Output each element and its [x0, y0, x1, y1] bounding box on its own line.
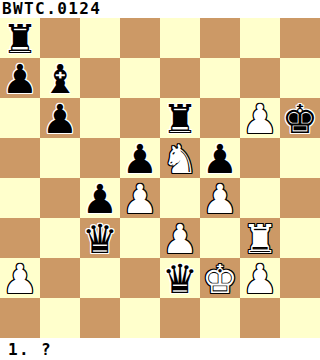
square-d1[interactable] [120, 298, 160, 338]
piece-black-pawn: ♟ [82, 179, 118, 218]
square-d5[interactable]: ♟ [120, 138, 160, 178]
square-f1[interactable] [200, 298, 240, 338]
square-e7[interactable] [160, 58, 200, 98]
square-h6[interactable]: ♚ [280, 98, 320, 138]
square-g1[interactable] [240, 298, 280, 338]
square-a6[interactable] [0, 98, 40, 138]
square-c3[interactable]: ♛ [80, 218, 120, 258]
square-b8[interactable] [40, 18, 80, 58]
square-c2[interactable] [80, 258, 120, 298]
square-f4[interactable]: ♟ [200, 178, 240, 218]
square-e1[interactable] [160, 298, 200, 338]
piece-white-knight: ♞ [162, 139, 198, 178]
square-h1[interactable] [280, 298, 320, 338]
piece-white-pawn: ♟ [242, 259, 278, 298]
square-h8[interactable] [280, 18, 320, 58]
square-g2[interactable]: ♟ [240, 258, 280, 298]
square-g6[interactable]: ♟ [240, 98, 280, 138]
square-h2[interactable] [280, 258, 320, 298]
square-d2[interactable] [120, 258, 160, 298]
square-g4[interactable] [240, 178, 280, 218]
square-g3[interactable]: ♜ [240, 218, 280, 258]
square-f7[interactable] [200, 58, 240, 98]
square-c1[interactable] [80, 298, 120, 338]
square-a2[interactable]: ♟ [0, 258, 40, 298]
piece-white-king: ♚ [202, 259, 238, 298]
square-a3[interactable] [0, 218, 40, 258]
square-a7[interactable]: ♟ [0, 58, 40, 98]
square-h4[interactable] [280, 178, 320, 218]
square-g8[interactable] [240, 18, 280, 58]
square-e5[interactable]: ♞ [160, 138, 200, 178]
piece-black-pawn: ♟ [122, 139, 158, 178]
piece-black-queen: ♛ [82, 219, 118, 258]
square-f8[interactable] [200, 18, 240, 58]
square-f6[interactable] [200, 98, 240, 138]
piece-black-rook: ♜ [162, 99, 198, 138]
square-a8[interactable]: ♜ [0, 18, 40, 58]
piece-black-pawn: ♟ [2, 59, 38, 98]
square-a5[interactable] [0, 138, 40, 178]
square-f3[interactable] [200, 218, 240, 258]
piece-white-rook: ♜ [242, 219, 278, 258]
square-e3[interactable]: ♟ [160, 218, 200, 258]
square-d8[interactable] [120, 18, 160, 58]
square-e2[interactable]: ♛ [160, 258, 200, 298]
square-c8[interactable] [80, 18, 120, 58]
piece-black-king: ♚ [282, 99, 318, 138]
piece-black-pawn: ♟ [42, 99, 78, 138]
square-c5[interactable] [80, 138, 120, 178]
square-d3[interactable] [120, 218, 160, 258]
square-c6[interactable] [80, 98, 120, 138]
square-b7[interactable]: ♝ [40, 58, 80, 98]
square-h3[interactable] [280, 218, 320, 258]
square-a1[interactable] [0, 298, 40, 338]
piece-white-pawn: ♟ [2, 259, 38, 298]
piece-white-pawn: ♟ [122, 179, 158, 218]
square-e4[interactable] [160, 178, 200, 218]
square-h5[interactable] [280, 138, 320, 178]
square-b4[interactable] [40, 178, 80, 218]
square-b3[interactable] [40, 218, 80, 258]
square-d7[interactable] [120, 58, 160, 98]
piece-white-pawn: ♟ [162, 219, 198, 258]
square-c7[interactable] [80, 58, 120, 98]
square-f2[interactable]: ♚ [200, 258, 240, 298]
square-d4[interactable]: ♟ [120, 178, 160, 218]
square-e6[interactable]: ♜ [160, 98, 200, 138]
square-b6[interactable]: ♟ [40, 98, 80, 138]
square-h7[interactable] [280, 58, 320, 98]
square-b1[interactable] [40, 298, 80, 338]
square-f5[interactable]: ♟ [200, 138, 240, 178]
piece-black-rook: ♜ [2, 19, 38, 58]
piece-black-queen: ♛ [162, 259, 198, 298]
move-prompt: 1. ? [0, 338, 320, 360]
piece-white-pawn: ♟ [202, 179, 238, 218]
square-a4[interactable] [0, 178, 40, 218]
square-b5[interactable] [40, 138, 80, 178]
piece-black-bishop: ♝ [42, 59, 78, 98]
square-b2[interactable] [40, 258, 80, 298]
chess-board: ♜♟♝♟♜♟♚♟♞♟♟♟♟♛♟♜♟♛♚♟ [0, 18, 320, 338]
puzzle-id: BWTC.0124 [0, 0, 320, 18]
chess-puzzle-page: BWTC.0124 ♜♟♝♟♜♟♚♟♞♟♟♟♟♛♟♜♟♛♚♟ 1. ? [0, 0, 320, 360]
square-e8[interactable] [160, 18, 200, 58]
square-g5[interactable] [240, 138, 280, 178]
square-c4[interactable]: ♟ [80, 178, 120, 218]
piece-black-pawn: ♟ [202, 139, 238, 178]
square-g7[interactable] [240, 58, 280, 98]
square-d6[interactable] [120, 98, 160, 138]
piece-white-pawn: ♟ [242, 99, 278, 138]
